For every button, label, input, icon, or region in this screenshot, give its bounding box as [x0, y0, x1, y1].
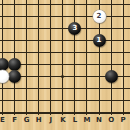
grid-line-v-H: [38, 0, 39, 115]
grid-line-h-row3: [0, 88, 130, 89]
grid-line-v-P: [123, 0, 124, 115]
grid-line-h-row7: [0, 40, 130, 41]
grid-line-v-G: [26, 0, 27, 115]
grid-line-h-row1: [0, 112, 130, 114]
column-label-O: O: [105, 116, 117, 124]
column-label-M: M: [81, 116, 93, 124]
black-stone-O4: [105, 70, 118, 83]
grid-line-h-row9: [0, 16, 130, 17]
grid-line-v-K: [62, 0, 63, 115]
black-stone-N7: 1: [93, 34, 106, 47]
column-label-F: F: [9, 116, 21, 124]
move-number-label: 3: [72, 25, 77, 32]
column-label-J: J: [45, 116, 57, 124]
go-diagram: 312 EFGHJKLMNOP: [0, 0, 130, 130]
column-label-L: L: [69, 116, 81, 124]
grid-line-h-row2: [0, 100, 130, 101]
grid-line-h-row6: [0, 52, 130, 53]
column-label-K: K: [57, 116, 69, 124]
grid-line-h-row10: [0, 4, 130, 5]
grid-line-v-L: [74, 0, 75, 115]
grid-line-h-row8: [0, 28, 130, 29]
move-number-label: 2: [97, 13, 102, 20]
column-label-P: P: [117, 116, 129, 124]
column-label-E: E: [0, 116, 9, 124]
move-number-label: 1: [97, 37, 102, 44]
grid-line-v-J: [50, 0, 51, 115]
grid-line-v-M: [86, 0, 87, 115]
white-stone-N9: 2: [93, 10, 106, 23]
grid-line-v-O: [111, 0, 112, 115]
column-label-N: N: [93, 116, 105, 124]
column-label-G: G: [21, 116, 33, 124]
column-label-H: H: [33, 116, 45, 124]
